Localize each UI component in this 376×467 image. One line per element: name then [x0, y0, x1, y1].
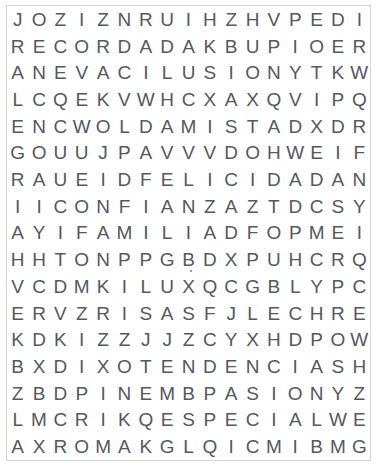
grid-cell[interactable]: A: [263, 113, 284, 140]
grid-cell[interactable]: Q: [349, 246, 370, 273]
grid-cell[interactable]: P: [285, 220, 306, 247]
grid-cell[interactable]: K: [327, 59, 348, 86]
grid-cell[interactable]: L: [114, 113, 135, 140]
grid-cell[interactable]: A: [327, 166, 348, 193]
grid-cell[interactable]: H: [156, 86, 177, 113]
grid-cell[interactable]: Y: [327, 380, 348, 407]
grid-cell[interactable]: T: [263, 193, 284, 220]
grid-cell[interactable]: P: [199, 380, 220, 407]
grid-cell[interactable]: E: [327, 220, 348, 247]
grid-cell[interactable]: D: [221, 140, 242, 167]
grid-cell[interactable]: I: [114, 300, 135, 327]
grid-cell[interactable]: B: [178, 380, 199, 407]
grid-cell[interactable]: C: [199, 326, 220, 353]
grid-cell[interactable]: H: [28, 246, 49, 273]
grid-cell[interactable]: P: [114, 246, 135, 273]
grid-cell[interactable]: O: [71, 33, 92, 60]
grid-cell[interactable]: E: [135, 380, 156, 407]
grid-cell[interactable]: I: [242, 166, 263, 193]
grid-cell[interactable]: T: [306, 59, 327, 86]
grid-cell[interactable]: U: [156, 6, 177, 33]
grid-cell[interactable]: N: [92, 246, 113, 273]
grid-cell[interactable]: Y: [221, 326, 242, 353]
grid-cell[interactable]: U: [242, 33, 263, 60]
grid-cell[interactable]: C: [28, 273, 49, 300]
grid-cell[interactable]: O: [92, 113, 113, 140]
grid-cell[interactable]: X: [221, 246, 242, 273]
grid-cell[interactable]: O: [327, 326, 348, 353]
grid-cell[interactable]: O: [242, 59, 263, 86]
grid-cell[interactable]: W: [349, 59, 370, 86]
grid-cell[interactable]: Z: [221, 6, 242, 33]
grid-cell[interactable]: P: [306, 326, 327, 353]
grid-cell[interactable]: C: [221, 166, 242, 193]
grid-cell[interactable]: A: [221, 193, 242, 220]
grid-cell[interactable]: K: [50, 326, 71, 353]
grid-cell[interactable]: M: [156, 380, 177, 407]
grid-cell[interactable]: Z: [71, 300, 92, 327]
grid-cell[interactable]: A: [156, 113, 177, 140]
grid-cell[interactable]: B: [7, 353, 28, 380]
grid-cell[interactable]: R: [135, 6, 156, 33]
grid-cell[interactable]: F: [135, 166, 156, 193]
grid-cell[interactable]: E: [306, 140, 327, 167]
grid-cell[interactable]: C: [50, 407, 71, 434]
grid-cell[interactable]: N: [28, 113, 49, 140]
grid-cell[interactable]: C: [114, 59, 135, 86]
grid-cell[interactable]: E: [7, 300, 28, 327]
grid-cell[interactable]: P: [327, 273, 348, 300]
grid-cell[interactable]: T: [50, 246, 71, 273]
grid-cell[interactable]: L: [156, 220, 177, 247]
grid-cell[interactable]: B: [221, 33, 242, 60]
grid-cell[interactable]: D: [221, 220, 242, 247]
grid-cell[interactable]: Q: [135, 407, 156, 434]
grid-cell[interactable]: K: [7, 326, 28, 353]
word-search-grid[interactable]: JOZIZNRUIHZHVPEDIRECORDADAKBUPIOERANEVAC…: [6, 5, 371, 461]
grid-cell[interactable]: I: [263, 380, 284, 407]
grid-cell[interactable]: N: [92, 193, 113, 220]
grid-cell[interactable]: M: [306, 220, 327, 247]
grid-cell[interactable]: O: [71, 246, 92, 273]
grid-cell[interactable]: Q: [263, 86, 284, 113]
grid-cell[interactable]: N: [28, 59, 49, 86]
grid-cell[interactable]: X: [242, 86, 263, 113]
grid-cell[interactable]: I: [349, 220, 370, 247]
grid-cell[interactable]: I: [92, 166, 113, 193]
grid-cell[interactable]: E: [156, 166, 177, 193]
grid-cell[interactable]: A: [135, 33, 156, 60]
grid-cell[interactable]: J: [221, 300, 242, 327]
grid-cell[interactable]: E: [327, 33, 348, 60]
grid-cell[interactable]: J: [7, 6, 28, 33]
grid-cell[interactable]: M: [28, 407, 49, 434]
grid-cell[interactable]: D: [50, 273, 71, 300]
grid-cell[interactable]: E: [156, 353, 177, 380]
grid-cell[interactable]: I: [28, 193, 49, 220]
grid-cell[interactable]: V: [114, 86, 135, 113]
grid-cell[interactable]: R: [349, 33, 370, 60]
grid-cell[interactable]: L: [178, 166, 199, 193]
grid-cell[interactable]: S: [327, 353, 348, 380]
grid-cell[interactable]: B: [263, 273, 284, 300]
grid-cell[interactable]: E: [28, 33, 49, 60]
grid-cell[interactable]: M: [71, 273, 92, 300]
grid-cell[interactable]: P: [285, 6, 306, 33]
grid-cell[interactable]: R: [7, 166, 28, 193]
grid-cell[interactable]: M: [263, 433, 284, 460]
grid-cell[interactable]: I: [114, 273, 135, 300]
grid-cell[interactable]: I: [50, 220, 71, 247]
grid-cell[interactable]: V: [71, 59, 92, 86]
grid-cell[interactable]: X: [242, 326, 263, 353]
grid-cell[interactable]: M: [92, 433, 113, 460]
grid-cell[interactable]: I: [178, 6, 199, 33]
grid-cell[interactable]: O: [263, 220, 284, 247]
grid-cell[interactable]: W: [71, 113, 92, 140]
grid-cell[interactable]: C: [242, 433, 263, 460]
grid-cell[interactable]: D: [135, 113, 156, 140]
grid-cell[interactable]: S: [178, 407, 199, 434]
grid-cell[interactable]: Z: [7, 380, 28, 407]
grid-cell[interactable]: I: [349, 6, 370, 33]
grid-cell[interactable]: R: [71, 407, 92, 434]
grid-cell[interactable]: A: [92, 220, 113, 247]
grid-cell[interactable]: C: [349, 273, 370, 300]
grid-cell[interactable]: D: [327, 6, 348, 33]
grid-cell[interactable]: H: [306, 300, 327, 327]
grid-cell[interactable]: I: [327, 140, 348, 167]
grid-cell[interactable]: L: [135, 273, 156, 300]
grid-cell[interactable]: O: [71, 433, 92, 460]
grid-cell[interactable]: C: [28, 86, 49, 113]
grid-cell[interactable]: E: [50, 59, 71, 86]
grid-cell[interactable]: C: [242, 407, 263, 434]
grid-cell[interactable]: M: [178, 113, 199, 140]
grid-cell[interactable]: K: [199, 33, 220, 60]
grid-cell[interactable]: D: [114, 166, 135, 193]
grid-cell[interactable]: N: [263, 59, 284, 86]
grid-cell[interactable]: H: [242, 6, 263, 33]
grid-cell[interactable]: A: [7, 59, 28, 86]
grid-cell[interactable]: A: [199, 220, 220, 247]
grid-cell[interactable]: B: [28, 380, 49, 407]
grid-cell[interactable]: F: [71, 220, 92, 247]
grid-cell[interactable]: Z: [242, 193, 263, 220]
grid-cell[interactable]: E: [71, 166, 92, 193]
grid-cell[interactable]: I: [285, 33, 306, 60]
grid-cell[interactable]: I: [306, 86, 327, 113]
grid-cell[interactable]: O: [285, 380, 306, 407]
grid-cell[interactable]: E: [221, 353, 242, 380]
grid-cell[interactable]: W: [285, 140, 306, 167]
grid-cell[interactable]: E: [7, 113, 28, 140]
grid-cell[interactable]: A: [156, 300, 177, 327]
grid-cell[interactable]: I: [221, 433, 242, 460]
grid-cell[interactable]: N: [306, 380, 327, 407]
grid-cell[interactable]: R: [327, 246, 348, 273]
grid-cell[interactable]: N: [178, 353, 199, 380]
grid-cell[interactable]: Q: [349, 86, 370, 113]
grid-cell[interactable]: H: [349, 353, 370, 380]
grid-cell[interactable]: A: [28, 166, 49, 193]
grid-cell[interactable]: T: [135, 353, 156, 380]
grid-cell[interactable]: Z: [50, 6, 71, 33]
grid-cell[interactable]: Y: [28, 220, 49, 247]
grid-cell[interactable]: O: [306, 33, 327, 60]
grid-cell[interactable]: O: [114, 353, 135, 380]
grid-cell[interactable]: A: [306, 353, 327, 380]
grid-cell[interactable]: O: [71, 193, 92, 220]
grid-cell[interactable]: I: [221, 59, 242, 86]
grid-cell[interactable]: C: [285, 300, 306, 327]
grid-cell[interactable]: G: [156, 433, 177, 460]
grid-cell[interactable]: I: [135, 193, 156, 220]
grid-cell[interactable]: C: [306, 246, 327, 273]
grid-cell[interactable]: C: [263, 353, 284, 380]
grid-cell[interactable]: L: [242, 300, 263, 327]
grid-cell[interactable]: D: [327, 113, 348, 140]
grid-cell[interactable]: Z: [178, 326, 199, 353]
grid-cell[interactable]: H: [199, 6, 220, 33]
grid-cell[interactable]: L: [7, 86, 28, 113]
grid-cell[interactable]: J: [92, 140, 113, 167]
grid-cell[interactable]: D: [199, 246, 220, 273]
grid-cell[interactable]: D: [114, 33, 135, 60]
grid-cell[interactable]: D: [285, 113, 306, 140]
grid-cell[interactable]: M: [327, 433, 348, 460]
grid-cell[interactable]: P: [199, 407, 220, 434]
grid-cell[interactable]: I: [71, 6, 92, 33]
grid-cell[interactable]: P: [114, 140, 135, 167]
grid-cell[interactable]: I: [92, 380, 113, 407]
grid-cell[interactable]: Z: [349, 380, 370, 407]
grid-cell[interactable]: S: [178, 300, 199, 327]
grid-cell[interactable]: X: [28, 433, 49, 460]
grid-cell[interactable]: A: [92, 59, 113, 86]
grid-cell[interactable]: W: [349, 326, 370, 353]
grid-cell[interactable]: E: [221, 407, 242, 434]
grid-cell[interactable]: L: [306, 407, 327, 434]
grid-cell[interactable]: Q: [50, 86, 71, 113]
grid-cell[interactable]: H: [263, 140, 284, 167]
grid-cell[interactable]: U: [50, 166, 71, 193]
grid-cell[interactable]: C: [50, 113, 71, 140]
grid-cell[interactable]: G: [349, 433, 370, 460]
grid-cell[interactable]: P: [242, 246, 263, 273]
grid-cell[interactable]: Y: [306, 273, 327, 300]
grid-cell[interactable]: X: [199, 86, 220, 113]
grid-cell[interactable]: H: [285, 246, 306, 273]
grid-cell[interactable]: Z: [114, 326, 135, 353]
grid-cell[interactable]: D: [50, 353, 71, 380]
grid-cell[interactable]: I: [135, 220, 156, 247]
grid-cell[interactable]: T: [242, 113, 263, 140]
grid-cell[interactable]: U: [156, 273, 177, 300]
grid-cell[interactable]: F: [199, 300, 220, 327]
grid-cell[interactable]: S: [199, 59, 220, 86]
grid-cell[interactable]: V: [156, 140, 177, 167]
grid-cell[interactable]: G: [156, 246, 177, 273]
grid-cell[interactable]: E: [263, 300, 284, 327]
grid-cell[interactable]: P: [135, 246, 156, 273]
grid-cell[interactable]: I: [263, 407, 284, 434]
grid-cell[interactable]: G: [242, 273, 263, 300]
grid-cell[interactable]: V: [50, 300, 71, 327]
grid-cell[interactable]: A: [178, 33, 199, 60]
grid-cell[interactable]: I: [71, 326, 92, 353]
grid-cell[interactable]: V: [178, 140, 199, 167]
grid-cell[interactable]: F: [242, 220, 263, 247]
grid-cell[interactable]: B: [178, 246, 199, 273]
grid-cell[interactable]: P: [327, 86, 348, 113]
grid-cell[interactable]: I: [199, 166, 220, 193]
grid-cell[interactable]: K: [114, 407, 135, 434]
grid-cell[interactable]: Z: [199, 193, 220, 220]
grid-cell[interactable]: U: [71, 140, 92, 167]
grid-cell[interactable]: L: [178, 433, 199, 460]
grid-cell[interactable]: I: [178, 220, 199, 247]
grid-cell[interactable]: D: [50, 380, 71, 407]
grid-cell[interactable]: W: [327, 407, 348, 434]
grid-cell[interactable]: X: [178, 273, 199, 300]
grid-cell[interactable]: U: [263, 246, 284, 273]
grid-cell[interactable]: R: [28, 300, 49, 327]
grid-cell[interactable]: L: [285, 273, 306, 300]
grid-cell[interactable]: Q: [199, 273, 220, 300]
grid-cell[interactable]: A: [7, 220, 28, 247]
grid-cell[interactable]: R: [7, 33, 28, 60]
grid-cell[interactable]: S: [135, 300, 156, 327]
grid-cell[interactable]: O: [28, 6, 49, 33]
grid-cell[interactable]: C: [178, 86, 199, 113]
grid-cell[interactable]: U: [50, 140, 71, 167]
grid-cell[interactable]: P: [263, 33, 284, 60]
grid-cell[interactable]: S: [327, 193, 348, 220]
grid-cell[interactable]: A: [285, 407, 306, 434]
grid-cell[interactable]: R: [50, 433, 71, 460]
grid-cell[interactable]: D: [285, 326, 306, 353]
grid-cell[interactable]: N: [349, 166, 370, 193]
grid-cell[interactable]: I: [199, 113, 220, 140]
grid-cell[interactable]: I: [71, 353, 92, 380]
grid-cell[interactable]: I: [285, 353, 306, 380]
grid-cell[interactable]: A: [285, 166, 306, 193]
grid-cell[interactable]: I: [285, 433, 306, 460]
grid-cell[interactable]: E: [349, 407, 370, 434]
grid-cell[interactable]: S: [242, 380, 263, 407]
grid-cell[interactable]: A: [135, 140, 156, 167]
grid-cell[interactable]: F: [114, 193, 135, 220]
grid-cell[interactable]: Y: [349, 193, 370, 220]
grid-cell[interactable]: V: [263, 6, 284, 33]
grid-cell[interactable]: R: [327, 300, 348, 327]
grid-cell[interactable]: K: [92, 273, 113, 300]
grid-cell[interactable]: V: [285, 86, 306, 113]
grid-cell[interactable]: C: [221, 273, 242, 300]
grid-cell[interactable]: U: [178, 59, 199, 86]
grid-cell[interactable]: Z: [92, 6, 113, 33]
grid-cell[interactable]: H: [7, 246, 28, 273]
grid-cell[interactable]: N: [114, 380, 135, 407]
grid-cell[interactable]: D: [263, 166, 284, 193]
grid-cell[interactable]: I: [92, 407, 113, 434]
grid-cell[interactable]: D: [285, 193, 306, 220]
grid-cell[interactable]: V: [7, 273, 28, 300]
grid-cell[interactable]: H: [263, 326, 284, 353]
grid-cell[interactable]: O: [242, 140, 263, 167]
dot-artifact: [190, 270, 192, 272]
grid-cell[interactable]: E: [349, 300, 370, 327]
grid-cell[interactable]: K: [92, 86, 113, 113]
grid-cell[interactable]: D: [199, 353, 220, 380]
grid-cell[interactable]: X: [306, 113, 327, 140]
grid-cell[interactable]: R: [92, 33, 113, 60]
grid-cell[interactable]: P: [71, 380, 92, 407]
grid-cell[interactable]: A: [221, 86, 242, 113]
grid-cell[interactable]: W: [135, 86, 156, 113]
grid-cell[interactable]: A: [114, 433, 135, 460]
grid-cell[interactable]: D: [28, 326, 49, 353]
grid-cell[interactable]: F: [349, 140, 370, 167]
grid-cell[interactable]: A: [156, 193, 177, 220]
grid-cell[interactable]: M: [114, 220, 135, 247]
grid-cell[interactable]: I: [135, 59, 156, 86]
grid-cell[interactable]: N: [178, 193, 199, 220]
grid-cell[interactable]: N: [114, 6, 135, 33]
grid-cell[interactable]: L: [7, 407, 28, 434]
grid-cell[interactable]: G: [7, 140, 28, 167]
grid-cell[interactable]: D: [156, 33, 177, 60]
grid-cell[interactable]: B: [306, 433, 327, 460]
grid-cell[interactable]: O: [28, 140, 49, 167]
grid-cell[interactable]: K: [135, 433, 156, 460]
grid-cell[interactable]: V: [199, 140, 220, 167]
grid-cell[interactable]: C: [50, 193, 71, 220]
grid-cell[interactable]: Q: [199, 433, 220, 460]
grid-cell[interactable]: C: [306, 193, 327, 220]
grid-cell[interactable]: Z: [92, 326, 113, 353]
word-search-puzzle: JOZIZNRUIHZHVPEDIRECORDADAKBUPIOERANEVAC…: [0, 0, 376, 467]
grid-cell[interactable]: Y: [285, 59, 306, 86]
grid-cell[interactable]: R: [349, 113, 370, 140]
grid-cell[interactable]: L: [156, 59, 177, 86]
grid-cell[interactable]: N: [242, 353, 263, 380]
grid-cell[interactable]: S: [221, 113, 242, 140]
grid-cell[interactable]: A: [221, 380, 242, 407]
grid-cell[interactable]: E: [156, 407, 177, 434]
grid-cell[interactable]: C: [50, 33, 71, 60]
grid-cell[interactable]: J: [156, 326, 177, 353]
grid-cell[interactable]: E: [71, 86, 92, 113]
grid-cell[interactable]: D: [306, 166, 327, 193]
grid-cell[interactable]: X: [92, 353, 113, 380]
grid-cell[interactable]: X: [28, 353, 49, 380]
grid-cell[interactable]: R: [92, 300, 113, 327]
grid-cell[interactable]: A: [7, 433, 28, 460]
grid-cell[interactable]: J: [135, 326, 156, 353]
grid-cell[interactable]: E: [306, 6, 327, 33]
grid-cell[interactable]: I: [7, 193, 28, 220]
